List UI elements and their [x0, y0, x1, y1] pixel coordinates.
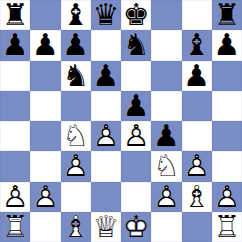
square-g6[interactable]: ♟: [182, 61, 212, 91]
white-pawn-outline-icon: ♙: [92, 121, 119, 151]
piece-white-pawn[interactable]: ♟♙: [213, 182, 240, 212]
square-d7[interactable]: [91, 30, 121, 60]
white-pawn-outline-icon: ♙: [123, 121, 150, 151]
piece-white-pawn[interactable]: ♟♙: [183, 151, 210, 181]
black-pawn-icon: ♟: [213, 30, 240, 60]
square-a4[interactable]: [0, 121, 30, 151]
square-a3[interactable]: [0, 151, 30, 181]
black-queen-icon: ♛: [92, 0, 119, 30]
square-h4[interactable]: [212, 121, 242, 151]
piece-white-rook[interactable]: ♜♖: [2, 212, 29, 242]
black-pawn-icon: ♟: [153, 121, 180, 151]
white-knight-outline-icon: ♘: [62, 121, 89, 151]
black-rook-icon: ♜: [2, 0, 29, 30]
square-b5[interactable]: [30, 91, 60, 121]
square-c7[interactable]: ♟: [61, 30, 91, 60]
square-e3[interactable]: [121, 151, 151, 181]
square-f7[interactable]: [151, 30, 181, 60]
black-bishop-icon: ♝: [183, 30, 210, 60]
black-knight-icon: ♞: [123, 30, 150, 60]
piece-white-king[interactable]: ♚♔: [123, 212, 150, 242]
square-f3[interactable]: ♞♘: [151, 151, 181, 181]
black-rook-icon: ♜: [213, 0, 240, 30]
piece-white-knight[interactable]: ♞♘: [62, 121, 89, 151]
black-pawn-icon: ♟: [2, 30, 29, 60]
square-g3[interactable]: ♟♙: [182, 151, 212, 181]
square-a1[interactable]: ♜♖: [0, 212, 30, 242]
piece-white-knight[interactable]: ♞♘: [153, 151, 180, 181]
white-pawn-outline-icon: ♙: [153, 182, 180, 212]
piece-white-bishop[interactable]: ♝♗: [183, 182, 210, 212]
square-d4[interactable]: ♟♙: [91, 121, 121, 151]
square-a7[interactable]: ♟: [0, 30, 30, 60]
piece-white-rook[interactable]: ♜♖: [213, 212, 240, 242]
white-queen-outline-icon: ♕: [92, 212, 119, 242]
square-f2[interactable]: ♟♙: [151, 182, 181, 212]
square-e4[interactable]: ♟♙: [121, 121, 151, 151]
white-knight-outline-icon: ♘: [153, 151, 180, 181]
square-f8[interactable]: [151, 0, 181, 30]
white-pawn-outline-icon: ♙: [62, 151, 89, 181]
square-g7[interactable]: ♝: [182, 30, 212, 60]
black-pawn-icon: ♟: [32, 30, 59, 60]
white-pawn-outline-icon: ♙: [213, 182, 240, 212]
square-d3[interactable]: [91, 151, 121, 181]
square-g1[interactable]: [182, 212, 212, 242]
piece-white-pawn[interactable]: ♟♙: [62, 151, 89, 181]
piece-black-rook[interactable]: ♜: [2, 0, 29, 30]
white-rook-outline-icon: ♖: [213, 212, 240, 242]
piece-black-knight[interactable]: ♞: [123, 30, 150, 60]
square-a8[interactable]: ♜: [0, 0, 30, 30]
black-pawn-icon: ♟: [183, 61, 210, 91]
piece-black-knight[interactable]: ♞: [62, 61, 89, 91]
piece-white-queen[interactable]: ♛♕: [92, 212, 119, 242]
square-e5[interactable]: ♟: [121, 91, 151, 121]
square-e1[interactable]: ♚♔: [121, 212, 151, 242]
square-h2[interactable]: ♟♙: [212, 182, 242, 212]
white-bishop-outline-icon: ♗: [62, 212, 89, 242]
square-b1[interactable]: [30, 212, 60, 242]
square-f5[interactable]: [151, 91, 181, 121]
square-e8[interactable]: ♚: [121, 0, 151, 30]
piece-black-king[interactable]: ♚: [123, 0, 150, 30]
black-pawn-icon: ♟: [62, 30, 89, 60]
piece-white-pawn[interactable]: ♟♙: [32, 182, 59, 212]
square-g8[interactable]: [182, 0, 212, 30]
square-c8[interactable]: ♝: [61, 0, 91, 30]
square-a2[interactable]: ♟♙: [0, 182, 30, 212]
square-c1[interactable]: ♝♗: [61, 212, 91, 242]
square-g4[interactable]: [182, 121, 212, 151]
square-g5[interactable]: [182, 91, 212, 121]
square-b3[interactable]: [30, 151, 60, 181]
black-pawn-icon: ♟: [123, 91, 150, 121]
piece-black-pawn[interactable]: ♟: [123, 91, 150, 121]
piece-black-pawn[interactable]: ♟: [2, 30, 29, 60]
piece-black-bishop[interactable]: ♝: [183, 30, 210, 60]
square-h6[interactable]: [212, 61, 242, 91]
piece-black-pawn[interactable]: ♟: [32, 30, 59, 60]
square-e6[interactable]: [121, 61, 151, 91]
square-h1[interactable]: ♜♖: [212, 212, 242, 242]
square-d5[interactable]: [91, 91, 121, 121]
square-b8[interactable]: [30, 0, 60, 30]
black-king-icon: ♚: [123, 0, 150, 30]
white-rook-outline-icon: ♖: [2, 212, 29, 242]
white-bishop-outline-icon: ♗: [183, 182, 210, 212]
square-b4[interactable]: [30, 121, 60, 151]
square-f4[interactable]: ♟: [151, 121, 181, 151]
piece-white-pawn[interactable]: ♟♙: [2, 182, 29, 212]
white-pawn-outline-icon: ♙: [2, 182, 29, 212]
square-c4[interactable]: ♞♘: [61, 121, 91, 151]
square-e2[interactable]: [121, 182, 151, 212]
piece-white-bishop[interactable]: ♝♗: [62, 212, 89, 242]
square-d6[interactable]: ♟: [91, 61, 121, 91]
white-pawn-outline-icon: ♙: [183, 151, 210, 181]
square-f1[interactable]: [151, 212, 181, 242]
square-d2[interactable]: [91, 182, 121, 212]
square-c5[interactable]: [61, 91, 91, 121]
piece-white-pawn[interactable]: ♟♙: [92, 121, 119, 151]
square-h5[interactable]: [212, 91, 242, 121]
square-f6[interactable]: [151, 61, 181, 91]
piece-white-pawn[interactable]: ♟♙: [123, 121, 150, 151]
piece-white-pawn[interactable]: ♟♙: [153, 182, 180, 212]
square-c6[interactable]: ♞: [61, 61, 91, 91]
piece-black-pawn[interactable]: ♟: [183, 61, 210, 91]
square-h8[interactable]: ♜: [212, 0, 242, 30]
square-c3[interactable]: ♟♙: [61, 151, 91, 181]
white-pawn-outline-icon: ♙: [32, 182, 59, 212]
white-king-outline-icon: ♔: [123, 212, 150, 242]
piece-black-queen[interactable]: ♛: [92, 0, 119, 30]
piece-black-bishop[interactable]: ♝: [62, 0, 89, 30]
square-h7[interactable]: ♟: [212, 30, 242, 60]
square-a6[interactable]: [0, 61, 30, 91]
square-c2[interactable]: [61, 182, 91, 212]
black-pawn-icon: ♟: [92, 61, 119, 91]
square-a5[interactable]: [0, 91, 30, 121]
square-e7[interactable]: ♞: [121, 30, 151, 60]
square-b2[interactable]: ♟♙: [30, 182, 60, 212]
square-b7[interactable]: ♟: [30, 30, 60, 60]
square-b6[interactable]: [30, 61, 60, 91]
square-h3[interactable]: [212, 151, 242, 181]
black-knight-icon: ♞: [62, 61, 89, 91]
black-bishop-icon: ♝: [62, 0, 89, 30]
piece-black-pawn[interactable]: ♟: [62, 30, 89, 60]
piece-black-rook[interactable]: ♜: [213, 0, 240, 30]
square-g2[interactable]: ♝♗: [182, 182, 212, 212]
square-d8[interactable]: ♛: [91, 0, 121, 30]
chess-board: ♜♝♛♚♜♟♟♟♞♝♟♞♟♟♟♞♘♟♙♟♙♟♟♙♞♘♟♙♟♙♟♙♟♙♝♗♟♙♜♖…: [0, 0, 242, 242]
piece-black-pawn[interactable]: ♟: [213, 30, 240, 60]
square-d1[interactable]: ♛♕: [91, 212, 121, 242]
piece-black-pawn[interactable]: ♟: [153, 121, 180, 151]
piece-black-pawn[interactable]: ♟: [92, 61, 119, 91]
